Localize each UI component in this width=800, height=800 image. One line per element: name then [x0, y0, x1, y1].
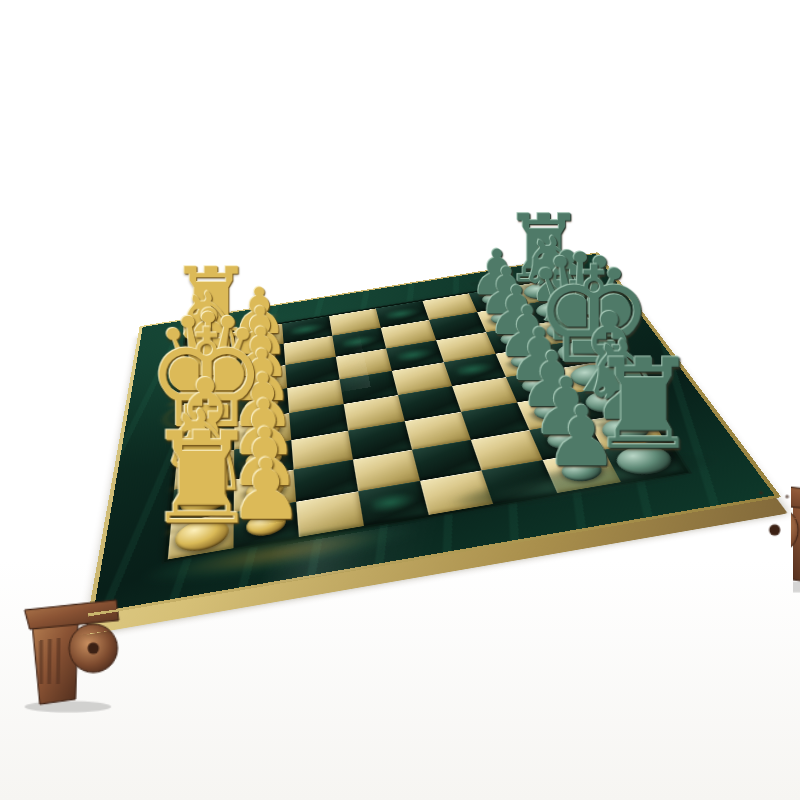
board-tilt-wrapper: ♜♜♟♟♟♟♜♜♞♞♟♟♟♟♞♞♝♝♟♟♟♟♝♝♛♛♟♟♟♟♛♛♚♚♟♟♟♟♚♚… — [82, 79, 714, 711]
pawn-glyph: ♟ — [544, 394, 619, 477]
rook-glyph: ♜ — [145, 415, 259, 542]
product-photo-scene: ♜♜♟♟♟♟♜♜♞♞♟♟♟♟♞♞♝♝♟♟♟♟♝♝♛♛♟♟♟♟♛♛♚♚♟♟♟♟♚♚… — [0, 0, 800, 800]
ionic-scroll-foot-icon — [747, 478, 800, 592]
chess-board: ♜♜♟♟♟♟♜♜♞♞♟♟♟♟♞♞♝♝♟♟♟♟♝♝♛♛♟♟♟♟♛♛♚♚♟♟♟♟♚♚… — [88, 252, 782, 616]
